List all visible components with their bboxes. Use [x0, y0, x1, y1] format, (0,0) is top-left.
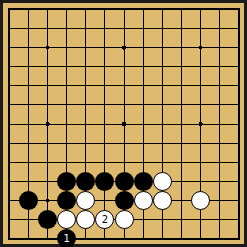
black-stone: [57, 172, 76, 191]
white-stone: [76, 210, 95, 229]
go-board[interactable]: 21: [3, 3, 244, 244]
black-stone: [57, 191, 76, 210]
black-stone: [38, 210, 57, 229]
black-stone: [134, 172, 153, 191]
move-number-label: 1: [63, 233, 69, 243]
white-stone: 2: [95, 210, 114, 229]
white-stone: [153, 172, 172, 191]
stones-layer: 21: [3, 3, 244, 244]
go-diagram: 21: [0, 0, 247, 247]
white-stone: [57, 210, 76, 229]
white-stone: [115, 210, 134, 229]
black-stone: [19, 191, 38, 210]
black-stone: [95, 172, 114, 191]
white-stone: [153, 191, 172, 210]
white-stone: [76, 191, 95, 210]
move-number-label: 2: [102, 214, 108, 224]
black-stone: [115, 172, 134, 191]
black-stone: [76, 172, 95, 191]
black-stone: [115, 191, 134, 210]
white-stone: [134, 191, 153, 210]
black-stone: 1: [57, 229, 76, 247]
white-stone: [191, 191, 210, 210]
